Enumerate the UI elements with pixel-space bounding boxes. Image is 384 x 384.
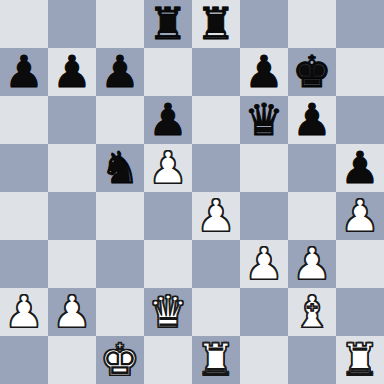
square-b4[interactable]: [48, 192, 96, 240]
square-f1[interactable]: [240, 336, 288, 384]
square-h1[interactable]: ♜: [336, 336, 384, 384]
square-g6[interactable]: ♟: [288, 96, 336, 144]
square-e5[interactable]: [192, 144, 240, 192]
square-a2[interactable]: ♟: [0, 288, 48, 336]
square-c4[interactable]: [96, 192, 144, 240]
square-g5[interactable]: [288, 144, 336, 192]
square-b1[interactable]: [48, 336, 96, 384]
square-d6[interactable]: ♟: [144, 96, 192, 144]
white-pawn: ♟: [4, 288, 43, 336]
square-f4[interactable]: [240, 192, 288, 240]
square-b7[interactable]: ♟: [48, 48, 96, 96]
square-d1[interactable]: [144, 336, 192, 384]
black-pawn: ♟: [4, 48, 43, 96]
square-h8[interactable]: [336, 0, 384, 48]
chess-board: ♜♜♟♟♟♟♚♟♛♟♞♟♟♟♟♟♟♟♟♛♝♚♜♜: [0, 0, 384, 384]
square-c5[interactable]: ♞: [96, 144, 144, 192]
square-g1[interactable]: [288, 336, 336, 384]
square-c1[interactable]: ♚: [96, 336, 144, 384]
square-b8[interactable]: [48, 0, 96, 48]
black-pawn: ♟: [148, 96, 187, 144]
square-a3[interactable]: [0, 240, 48, 288]
square-h3[interactable]: [336, 240, 384, 288]
square-f7[interactable]: ♟: [240, 48, 288, 96]
square-d4[interactable]: [144, 192, 192, 240]
white-queen: ♛: [148, 288, 187, 336]
black-pawn: ♟: [292, 96, 331, 144]
square-a5[interactable]: [0, 144, 48, 192]
square-a4[interactable]: [0, 192, 48, 240]
square-g8[interactable]: [288, 0, 336, 48]
black-king: ♚: [292, 48, 331, 96]
white-king: ♚: [100, 336, 139, 384]
square-g3[interactable]: ♟: [288, 240, 336, 288]
black-rook: ♜: [148, 0, 187, 48]
white-pawn: ♟: [148, 144, 187, 192]
square-g7[interactable]: ♚: [288, 48, 336, 96]
square-h4[interactable]: ♟: [336, 192, 384, 240]
square-a1[interactable]: [0, 336, 48, 384]
black-rook: ♜: [196, 0, 235, 48]
square-h6[interactable]: [336, 96, 384, 144]
square-f2[interactable]: [240, 288, 288, 336]
black-queen: ♛: [244, 96, 283, 144]
square-e7[interactable]: [192, 48, 240, 96]
square-a7[interactable]: ♟: [0, 48, 48, 96]
square-h2[interactable]: [336, 288, 384, 336]
square-f5[interactable]: [240, 144, 288, 192]
square-b3[interactable]: [48, 240, 96, 288]
white-rook: ♜: [340, 336, 379, 384]
white-pawn: ♟: [340, 192, 379, 240]
square-c3[interactable]: [96, 240, 144, 288]
square-a6[interactable]: [0, 96, 48, 144]
white-pawn: ♟: [196, 192, 235, 240]
square-c7[interactable]: ♟: [96, 48, 144, 96]
black-pawn: ♟: [340, 144, 379, 192]
square-d3[interactable]: [144, 240, 192, 288]
square-e2[interactable]: [192, 288, 240, 336]
square-a8[interactable]: [0, 0, 48, 48]
black-pawn: ♟: [52, 48, 91, 96]
square-h5[interactable]: ♟: [336, 144, 384, 192]
square-e6[interactable]: [192, 96, 240, 144]
square-e8[interactable]: ♜: [192, 0, 240, 48]
black-pawn: ♟: [244, 48, 283, 96]
square-d2[interactable]: ♛: [144, 288, 192, 336]
square-b2[interactable]: ♟: [48, 288, 96, 336]
square-e3[interactable]: [192, 240, 240, 288]
square-f8[interactable]: [240, 0, 288, 48]
square-c6[interactable]: [96, 96, 144, 144]
white-bishop: ♝: [292, 288, 331, 336]
white-pawn: ♟: [244, 240, 283, 288]
square-b6[interactable]: [48, 96, 96, 144]
square-b5[interactable]: [48, 144, 96, 192]
white-rook: ♜: [196, 336, 235, 384]
square-g4[interactable]: [288, 192, 336, 240]
black-knight: ♞: [100, 144, 139, 192]
square-d8[interactable]: ♜: [144, 0, 192, 48]
square-e4[interactable]: ♟: [192, 192, 240, 240]
white-pawn: ♟: [292, 240, 331, 288]
square-c2[interactable]: [96, 288, 144, 336]
square-e1[interactable]: ♜: [192, 336, 240, 384]
square-h7[interactable]: [336, 48, 384, 96]
square-f3[interactable]: ♟: [240, 240, 288, 288]
white-pawn: ♟: [52, 288, 91, 336]
square-d7[interactable]: [144, 48, 192, 96]
black-pawn: ♟: [100, 48, 139, 96]
square-f6[interactable]: ♛: [240, 96, 288, 144]
square-c8[interactable]: [96, 0, 144, 48]
square-d5[interactable]: ♟: [144, 144, 192, 192]
square-g2[interactable]: ♝: [288, 288, 336, 336]
